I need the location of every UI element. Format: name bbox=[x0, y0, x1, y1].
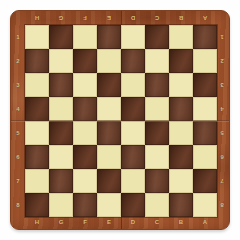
square-b8[interactable] bbox=[169, 193, 193, 217]
rank-label: 8 bbox=[215, 193, 229, 217]
square-f8[interactable] bbox=[73, 193, 97, 217]
square-a8[interactable] bbox=[193, 193, 217, 217]
file-label: G bbox=[49, 11, 73, 25]
rank-label: 5 bbox=[215, 121, 229, 145]
chessboard: HGFEDCBA HGFEDCBA 12345678 12345678 bbox=[10, 10, 230, 230]
square-g2[interactable] bbox=[49, 49, 73, 73]
square-f5[interactable] bbox=[73, 121, 97, 145]
file-label: E bbox=[97, 215, 121, 229]
file-label: A bbox=[193, 215, 217, 229]
square-b2[interactable] bbox=[169, 49, 193, 73]
square-c4[interactable] bbox=[145, 97, 169, 121]
square-f4[interactable] bbox=[73, 97, 97, 121]
square-e2[interactable] bbox=[97, 49, 121, 73]
fold-seam bbox=[11, 120, 229, 122]
square-a2[interactable] bbox=[193, 49, 217, 73]
square-b7[interactable] bbox=[169, 169, 193, 193]
square-f2[interactable] bbox=[73, 49, 97, 73]
square-e8[interactable] bbox=[97, 193, 121, 217]
square-b6[interactable] bbox=[169, 145, 193, 169]
square-f1[interactable] bbox=[73, 25, 97, 49]
square-c5[interactable] bbox=[145, 121, 169, 145]
square-e5[interactable] bbox=[97, 121, 121, 145]
square-h3[interactable] bbox=[25, 73, 49, 97]
frame-seam-bottom bbox=[121, 215, 122, 229]
square-c2[interactable] bbox=[145, 49, 169, 73]
square-h8[interactable] bbox=[25, 193, 49, 217]
square-h2[interactable] bbox=[25, 49, 49, 73]
rank-label: 4 bbox=[215, 97, 229, 121]
square-a6[interactable] bbox=[193, 145, 217, 169]
file-label: F bbox=[73, 11, 97, 25]
square-e6[interactable] bbox=[97, 145, 121, 169]
square-f7[interactable] bbox=[73, 169, 97, 193]
square-f3[interactable] bbox=[73, 73, 97, 97]
square-c3[interactable] bbox=[145, 73, 169, 97]
square-e3[interactable] bbox=[97, 73, 121, 97]
square-g3[interactable] bbox=[49, 73, 73, 97]
square-c8[interactable] bbox=[145, 193, 169, 217]
square-a5[interactable] bbox=[193, 121, 217, 145]
square-g5[interactable] bbox=[49, 121, 73, 145]
square-d3[interactable] bbox=[121, 73, 145, 97]
board-photo: HGFEDCBA HGFEDCBA 12345678 12345678 bbox=[0, 0, 240, 240]
square-e7[interactable] bbox=[97, 169, 121, 193]
file-label: D bbox=[121, 11, 145, 25]
square-g1[interactable] bbox=[49, 25, 73, 49]
square-d7[interactable] bbox=[121, 169, 145, 193]
square-h7[interactable] bbox=[25, 169, 49, 193]
rank-label: 7 bbox=[11, 169, 25, 193]
square-d4[interactable] bbox=[121, 97, 145, 121]
square-d1[interactable] bbox=[121, 25, 145, 49]
file-label: D bbox=[121, 215, 145, 229]
rank-label: 6 bbox=[215, 145, 229, 169]
rank-label: 1 bbox=[215, 25, 229, 49]
rank-label: 7 bbox=[215, 169, 229, 193]
rank-label: 6 bbox=[11, 145, 25, 169]
square-a4[interactable] bbox=[193, 97, 217, 121]
square-h4[interactable] bbox=[25, 97, 49, 121]
frame-seam-top bbox=[121, 11, 122, 25]
rank-label: 4 bbox=[11, 97, 25, 121]
file-label: B bbox=[169, 11, 193, 25]
square-a7[interactable] bbox=[193, 169, 217, 193]
square-c6[interactable] bbox=[145, 145, 169, 169]
file-label: F bbox=[73, 215, 97, 229]
square-b3[interactable] bbox=[169, 73, 193, 97]
square-b5[interactable] bbox=[169, 121, 193, 145]
square-g8[interactable] bbox=[49, 193, 73, 217]
file-label: A bbox=[193, 11, 217, 25]
file-label: B bbox=[169, 215, 193, 229]
square-h1[interactable] bbox=[25, 25, 49, 49]
rank-label: 3 bbox=[215, 73, 229, 97]
square-g7[interactable] bbox=[49, 169, 73, 193]
square-d5[interactable] bbox=[121, 121, 145, 145]
square-f6[interactable] bbox=[73, 145, 97, 169]
rank-label: 3 bbox=[11, 73, 25, 97]
file-label: E bbox=[97, 11, 121, 25]
square-g6[interactable] bbox=[49, 145, 73, 169]
file-label: G bbox=[49, 215, 73, 229]
file-label: C bbox=[145, 11, 169, 25]
file-label: H bbox=[25, 215, 49, 229]
square-b1[interactable] bbox=[169, 25, 193, 49]
file-label: H bbox=[25, 11, 49, 25]
square-c7[interactable] bbox=[145, 169, 169, 193]
file-label: C bbox=[145, 215, 169, 229]
square-h6[interactable] bbox=[25, 145, 49, 169]
square-d2[interactable] bbox=[121, 49, 145, 73]
rank-label: 1 bbox=[11, 25, 25, 49]
rank-label: 8 bbox=[11, 193, 25, 217]
square-d6[interactable] bbox=[121, 145, 145, 169]
square-b4[interactable] bbox=[169, 97, 193, 121]
square-a1[interactable] bbox=[193, 25, 217, 49]
square-a3[interactable] bbox=[193, 73, 217, 97]
square-e4[interactable] bbox=[97, 97, 121, 121]
square-g4[interactable] bbox=[49, 97, 73, 121]
rank-label: 5 bbox=[11, 121, 25, 145]
rank-label: 2 bbox=[11, 49, 25, 73]
rank-label: 2 bbox=[215, 49, 229, 73]
square-e1[interactable] bbox=[97, 25, 121, 49]
square-h5[interactable] bbox=[25, 121, 49, 145]
square-c1[interactable] bbox=[145, 25, 169, 49]
square-d8[interactable] bbox=[121, 193, 145, 217]
